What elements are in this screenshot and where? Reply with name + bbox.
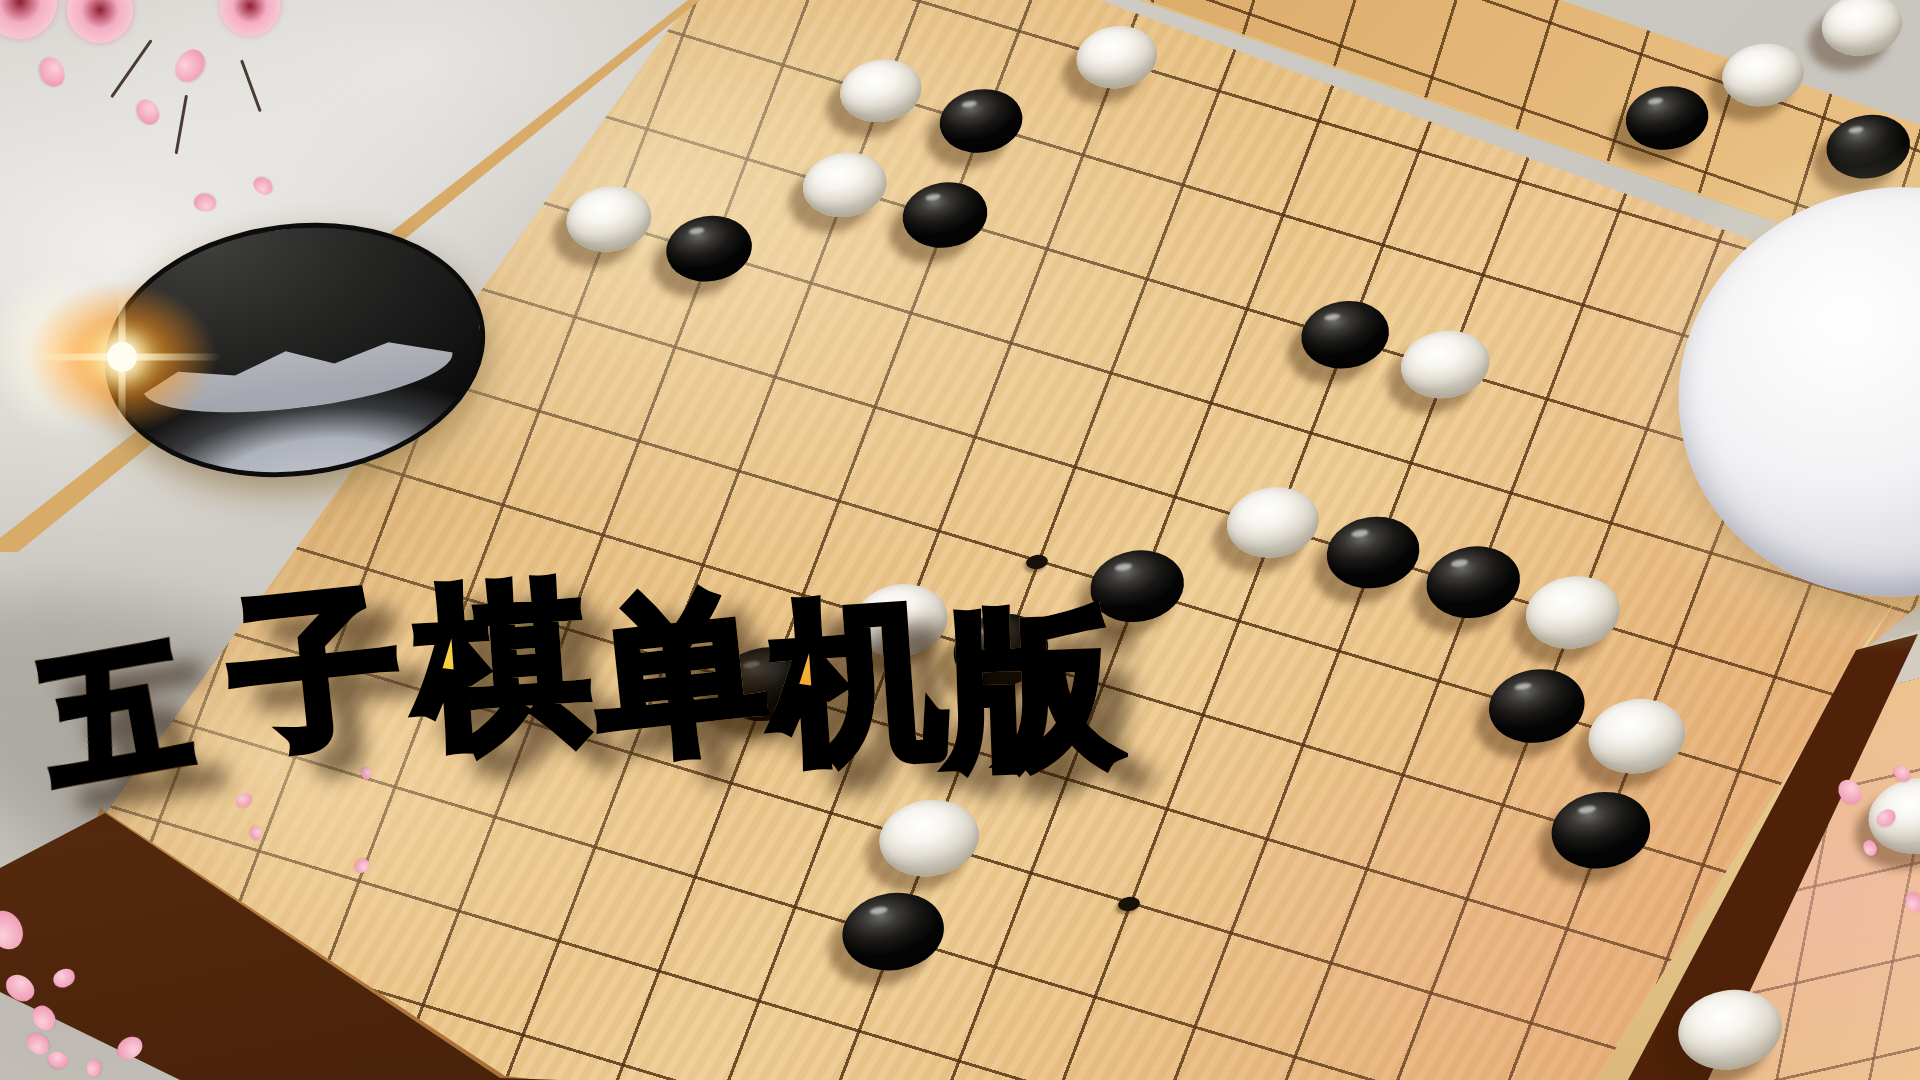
sakura-petal (51, 967, 77, 989)
sakura-petal (23, 1029, 53, 1060)
sakura-petal (168, 44, 211, 87)
sakura-stem (110, 39, 153, 98)
title-char-子: 子 (224, 579, 409, 764)
sakura-petal (250, 173, 275, 199)
sakura-flower (67, 0, 133, 43)
sakura-petal (133, 96, 162, 128)
sakura-petal (29, 1002, 59, 1034)
title-char-机: 机 (766, 590, 950, 774)
app-title: 五子棋单机版 (44, 588, 1118, 760)
sakura-petal (37, 55, 68, 90)
sakura-petal (114, 1033, 146, 1062)
title-char-棋: 棋 (410, 574, 594, 758)
lens-flare-core (107, 342, 137, 372)
sakura-flower (0, 0, 57, 39)
sakura-stem (240, 59, 262, 112)
gomoku-splash-screen: 五子棋单机版 (0, 0, 1920, 1080)
title-char-版: 版 (945, 600, 1121, 776)
sakura-petal (0, 906, 27, 954)
sakura-stem (175, 95, 188, 155)
sakura-petal (1, 969, 39, 1007)
sakura-flower (220, 0, 280, 36)
lens-flare-glow (27, 282, 217, 432)
flare-soft-glow (0, 267, 128, 437)
sakura-petal (46, 1048, 71, 1071)
title-char-五: 五 (33, 632, 198, 797)
flare-ray-v (119, 287, 126, 427)
flare-ray-h (22, 354, 222, 361)
sakura-petal (192, 191, 218, 215)
sakura-petal (85, 1057, 104, 1078)
title-char-单: 单 (588, 583, 773, 768)
